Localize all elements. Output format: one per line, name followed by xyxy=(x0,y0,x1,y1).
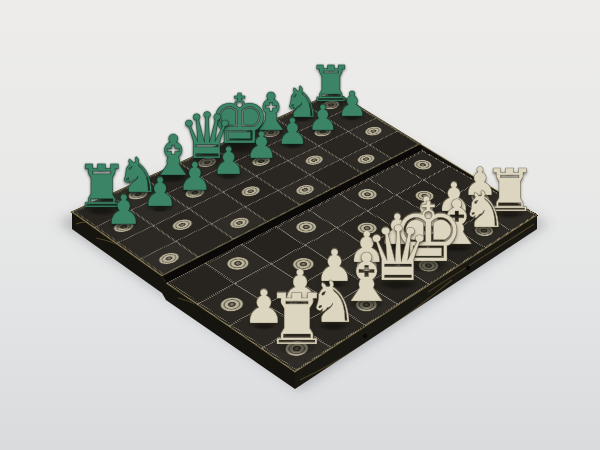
photo-stage: ♜♞♝♛♚♝♞♜♟♟♟♟♟♟♟♟♟♟♟♟♟♟♟♟♜♞♝♛♚♝♞♜ xyxy=(0,0,600,450)
pawn-glyph: ♟ xyxy=(307,100,339,135)
rook-glyph: ♜ xyxy=(265,285,328,356)
clasp-hole xyxy=(466,266,470,270)
pawn-glyph: ♟ xyxy=(106,190,143,231)
pawn-glyph: ♟ xyxy=(245,128,278,165)
pawn-glyph: ♟ xyxy=(212,143,246,181)
pawn-glyph: ♟ xyxy=(178,158,213,197)
pawn-glyph: ♟ xyxy=(276,114,308,150)
pawn-glyph: ♟ xyxy=(142,174,178,214)
clasp-hole xyxy=(363,334,367,338)
pawn-glyph: ♟ xyxy=(337,87,368,121)
